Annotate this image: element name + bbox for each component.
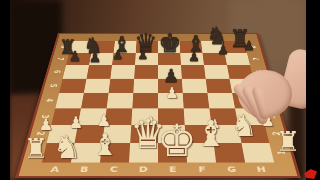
square-c6 — [110, 65, 135, 78]
square-g3 — [209, 108, 238, 125]
square-a7 — [66, 53, 91, 65]
rim-corner — [94, 34, 116, 41]
file-label-f: F — [187, 163, 218, 176]
square-g1 — [214, 143, 245, 163]
rim-corner — [158, 34, 179, 41]
square-b7 — [89, 53, 114, 65]
file-label-g: G — [216, 163, 248, 176]
file-label-d: D — [128, 163, 158, 176]
square-e6 — [158, 65, 182, 78]
square-b4 — [81, 93, 109, 108]
rim-corner — [221, 34, 244, 41]
square-f4 — [183, 93, 210, 108]
square-f7 — [180, 53, 204, 65]
square-g8 — [201, 41, 225, 53]
rank-label-right-2: 2 — [265, 125, 288, 143]
square-f6 — [181, 65, 206, 78]
square-b1 — [71, 143, 102, 163]
rim-corner — [274, 163, 297, 176]
square-f2 — [185, 125, 214, 143]
square-e2 — [158, 125, 186, 143]
square-f5 — [182, 78, 208, 92]
square-d1 — [129, 143, 158, 163]
square-d5 — [133, 78, 158, 92]
rim-corner — [242, 34, 258, 41]
square-c4 — [107, 93, 134, 108]
square-g4 — [207, 93, 235, 108]
square-e5 — [158, 78, 183, 92]
square-c3 — [105, 108, 133, 125]
file-label-h: H — [245, 163, 277, 176]
letterbox-left — [0, 0, 10, 180]
square-e7 — [158, 53, 181, 65]
file-label-b: B — [68, 163, 100, 176]
rim-corner — [72, 34, 95, 41]
rim-corner — [200, 34, 222, 41]
letterbox-right — [306, 0, 320, 180]
square-e3 — [158, 108, 185, 125]
square-d4 — [132, 93, 158, 108]
square-a5 — [59, 78, 86, 92]
square-f3 — [184, 108, 212, 125]
square-e4 — [158, 93, 184, 108]
square-a3 — [51, 108, 81, 125]
square-a4 — [55, 93, 84, 108]
square-d3 — [131, 108, 158, 125]
square-b3 — [78, 108, 107, 125]
file-label-a: A — [39, 163, 71, 176]
square-c2 — [102, 125, 131, 143]
square-h7 — [225, 53, 250, 65]
square-b8 — [91, 41, 115, 53]
square-d8 — [136, 41, 158, 53]
rank-label-right-7: 7 — [247, 53, 265, 65]
square-g2 — [211, 125, 241, 143]
square-d2 — [130, 125, 158, 143]
file-label-e: E — [158, 163, 188, 176]
square-f1 — [186, 143, 216, 163]
square-g5 — [206, 78, 232, 92]
square-a1 — [42, 143, 75, 163]
rim-corner — [137, 34, 158, 41]
square-e1 — [158, 143, 187, 163]
square-b2 — [75, 125, 105, 143]
square-b5 — [84, 78, 110, 92]
square-c1 — [100, 143, 130, 163]
square-a8 — [69, 41, 93, 53]
square-c8 — [114, 41, 137, 53]
square-g7 — [202, 53, 227, 65]
rim-corner — [115, 34, 137, 41]
rank-label-right-1: 1 — [269, 143, 293, 163]
square-c5 — [109, 78, 135, 92]
file-label-c: C — [98, 163, 129, 176]
square-f8 — [179, 41, 202, 53]
rank-label-right-8: 8 — [244, 41, 262, 53]
square-a2 — [47, 125, 78, 143]
square-g6 — [204, 65, 229, 78]
square-e8 — [158, 41, 180, 53]
rim-corner — [179, 34, 201, 41]
square-c7 — [112, 53, 136, 65]
square-h8 — [222, 41, 246, 53]
square-d7 — [135, 53, 158, 65]
video-frame: 8877665544332211ABCDEFGH ♜♞♝♛♚♝♞♜♟♟♟♟♟♟♟… — [0, 0, 320, 180]
square-a6 — [63, 65, 89, 78]
square-d6 — [134, 65, 158, 78]
square-b6 — [87, 65, 112, 78]
